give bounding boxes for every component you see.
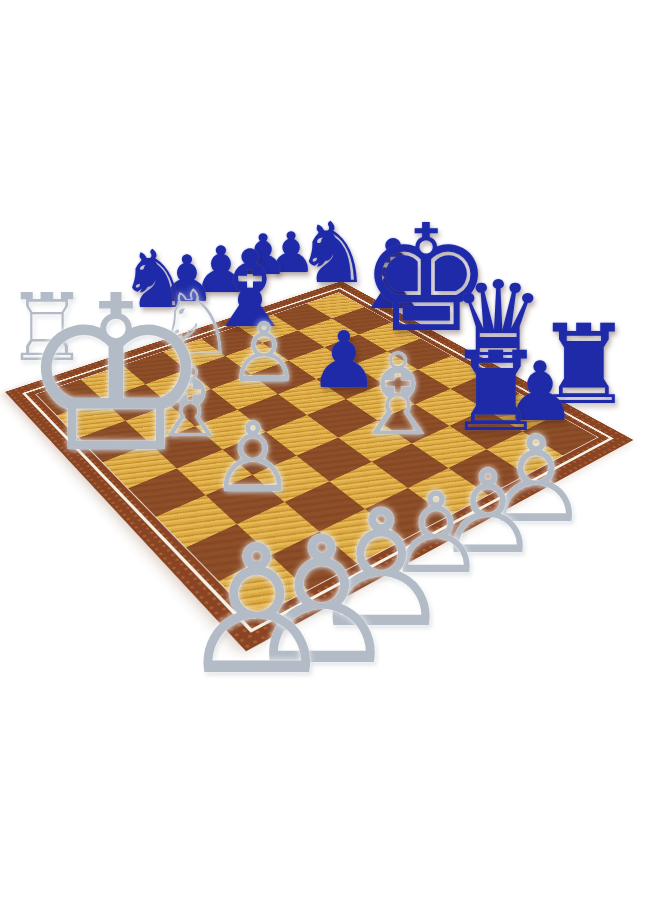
board-perspective-wrap	[0, 0, 660, 904]
chess-board	[35, 292, 599, 619]
chess-board-mat	[5, 281, 633, 651]
mat-pinstripe-border	[22, 287, 614, 632]
product-photo-scene: ♞♟♟♝♟♟♞♝♚♛♜♟♜♟♖♔♘♗♙♗♙♙♙♙♙♙♙	[0, 0, 660, 904]
